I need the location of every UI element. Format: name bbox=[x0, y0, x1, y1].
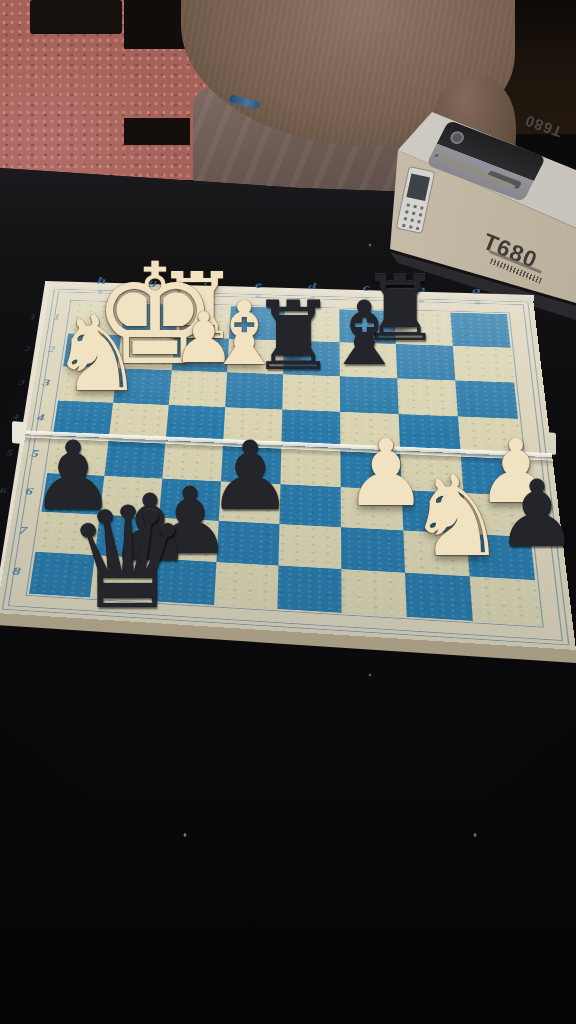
square-h2 bbox=[63, 334, 121, 369]
dark-furniture bbox=[30, 0, 122, 34]
square-g6 bbox=[100, 476, 163, 518]
file-label-bottom-h: h bbox=[75, 275, 128, 285]
file-label-bottom-f: f bbox=[179, 278, 232, 289]
chessboard: hgfedcbahgfedcba1234567812345678 bbox=[0, 286, 576, 650]
phone-keypad bbox=[400, 201, 424, 230]
square-b2 bbox=[396, 344, 455, 380]
square-b8 bbox=[405, 573, 473, 621]
square-e6 bbox=[219, 481, 281, 524]
square-d8 bbox=[277, 566, 341, 613]
square-f3 bbox=[169, 370, 227, 407]
file-label-bottom-d: d bbox=[285, 281, 339, 292]
square-f7 bbox=[155, 518, 218, 562]
square-b3 bbox=[397, 378, 458, 416]
square-f8 bbox=[152, 559, 217, 605]
file-label-bottom-b: b bbox=[393, 284, 449, 295]
square-g1 bbox=[121, 303, 177, 337]
file-label-bottom-c: c bbox=[339, 282, 394, 293]
square-d7 bbox=[278, 524, 341, 569]
square-d1 bbox=[284, 308, 340, 342]
square-h1 bbox=[68, 302, 125, 335]
square-e8 bbox=[214, 562, 278, 609]
square-e2 bbox=[227, 339, 284, 375]
chair-back-slat bbox=[124, 118, 190, 145]
square-g8 bbox=[90, 555, 155, 601]
file-label-bottom-a: a bbox=[448, 285, 505, 296]
photo-scene: hgfedcbahgfedcba1234567812345678 T680 T6… bbox=[0, 0, 576, 1024]
square-f1 bbox=[175, 305, 231, 339]
square-e3 bbox=[225, 372, 283, 409]
square-h7 bbox=[35, 512, 99, 556]
square-c1 bbox=[339, 309, 396, 344]
square-d3 bbox=[282, 374, 340, 411]
square-e7 bbox=[216, 521, 279, 566]
file-label-bottom-g: g bbox=[127, 277, 180, 287]
phone-screen bbox=[406, 174, 430, 201]
square-d2 bbox=[283, 340, 340, 376]
square-a6 bbox=[464, 493, 531, 537]
square-a2 bbox=[453, 346, 514, 383]
square-a8 bbox=[470, 576, 540, 625]
square-b1 bbox=[395, 311, 453, 346]
square-h3 bbox=[58, 366, 117, 402]
square-e1 bbox=[229, 306, 285, 340]
phone-detail bbox=[487, 170, 522, 189]
board-grid bbox=[29, 302, 540, 625]
square-b6 bbox=[402, 490, 467, 534]
square-c8 bbox=[341, 569, 406, 617]
square-c2 bbox=[340, 342, 398, 378]
square-g3 bbox=[113, 368, 172, 405]
square-f6 bbox=[159, 479, 221, 521]
square-h6 bbox=[41, 473, 104, 515]
square-c3 bbox=[340, 376, 399, 414]
square-d6 bbox=[279, 484, 341, 527]
square-h8 bbox=[29, 552, 95, 598]
square-b7 bbox=[403, 530, 469, 576]
square-c7 bbox=[341, 527, 405, 572]
square-a7 bbox=[467, 534, 536, 580]
phone-camera-icon bbox=[448, 129, 466, 145]
file-label-bottom-e: e bbox=[232, 279, 286, 290]
square-a3 bbox=[455, 380, 518, 418]
square-a1 bbox=[450, 313, 510, 348]
square-f2 bbox=[172, 337, 229, 372]
square-g7 bbox=[95, 515, 159, 559]
square-c6 bbox=[341, 487, 404, 530]
square-g2 bbox=[117, 335, 175, 370]
